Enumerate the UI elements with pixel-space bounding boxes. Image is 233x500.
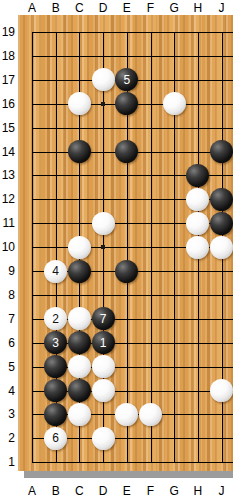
- row-label-14: 14: [0, 145, 15, 159]
- white-stone-c5[interactable]: [68, 355, 91, 378]
- col-label-top-g: G: [166, 1, 182, 15]
- col-label-top-d: D: [95, 1, 111, 15]
- col-label-bottom-e: E: [119, 484, 135, 498]
- row-label-13: 13: [0, 168, 15, 182]
- row-label-5: 5: [0, 360, 15, 374]
- black-stone-b6[interactable]: 3: [44, 331, 67, 354]
- white-stone-h10[interactable]: [186, 236, 209, 259]
- white-stone-e3[interactable]: [115, 403, 138, 426]
- black-stone-e9[interactable]: [115, 260, 138, 283]
- col-label-top-b: B: [48, 1, 64, 15]
- col-label-top-f: F: [143, 1, 159, 15]
- white-stone-b7[interactable]: 2: [44, 307, 67, 330]
- white-stone-d5[interactable]: [92, 355, 115, 378]
- white-stone-j10[interactable]: [210, 236, 233, 259]
- row-label-15: 15: [0, 121, 15, 135]
- col-label-bottom-d: D: [95, 484, 111, 498]
- row-label-3: 3: [0, 407, 15, 421]
- col-label-top-e: E: [119, 1, 135, 15]
- row-label-1: 1: [0, 455, 15, 469]
- white-stone-c10[interactable]: [68, 236, 91, 259]
- star-point-d10: [101, 245, 105, 249]
- star-point-d16: [101, 102, 105, 106]
- row-label-10: 10: [0, 240, 15, 254]
- go-board[interactable]: 5427316: [18, 15, 233, 471]
- white-stone-g16[interactable]: [163, 92, 186, 115]
- row-label-8: 8: [0, 288, 15, 302]
- row-label-17: 17: [0, 73, 15, 87]
- white-stone-f3[interactable]: [139, 403, 162, 426]
- white-stone-h11[interactable]: [186, 212, 209, 235]
- move-number: 4: [52, 265, 59, 277]
- col-label-bottom-j: J: [214, 484, 230, 498]
- move-number: 7: [100, 313, 107, 325]
- grid-hline: [32, 462, 233, 463]
- board-drop-shadow: [24, 471, 233, 478]
- white-stone-h12[interactable]: [186, 188, 209, 211]
- go-board-diagram: 5427316 AABBCCDDEEFFGGHHJJ19181716151413…: [0, 0, 233, 500]
- grid-hline: [32, 295, 233, 296]
- white-stone-c7[interactable]: [68, 307, 91, 330]
- white-stone-b2[interactable]: 6: [44, 427, 67, 450]
- col-label-top-c: C: [71, 1, 87, 15]
- black-stone-h13[interactable]: [186, 164, 209, 187]
- row-label-12: 12: [0, 192, 15, 206]
- grid-hline: [32, 128, 233, 129]
- black-stone-d6[interactable]: 1: [92, 331, 115, 354]
- white-stone-c3[interactable]: [68, 403, 91, 426]
- row-label-9: 9: [0, 264, 15, 278]
- grid-hline: [32, 56, 233, 57]
- white-stone-d2[interactable]: [92, 427, 115, 450]
- black-stone-j12[interactable]: [210, 188, 233, 211]
- row-label-19: 19: [0, 25, 15, 39]
- black-stone-j14[interactable]: [210, 140, 233, 163]
- col-label-bottom-f: F: [143, 484, 159, 498]
- black-stone-e14[interactable]: [115, 140, 138, 163]
- row-label-2: 2: [0, 431, 15, 445]
- col-label-top-j: J: [214, 1, 230, 15]
- grid-hline: [32, 32, 233, 33]
- row-label-7: 7: [0, 312, 15, 326]
- black-stone-e16[interactable]: [115, 92, 138, 115]
- white-stone-d4[interactable]: [92, 379, 115, 402]
- white-stone-c16[interactable]: [68, 92, 91, 115]
- move-number: 5: [123, 74, 130, 86]
- move-number: 3: [52, 337, 59, 349]
- black-stone-d7[interactable]: 7: [92, 307, 115, 330]
- grid-vline: [32, 32, 33, 463]
- white-stone-d11[interactable]: [92, 212, 115, 235]
- grid-vline: [151, 32, 152, 463]
- black-stone-c9[interactable]: [68, 260, 91, 283]
- move-number: 1: [100, 337, 107, 349]
- white-stone-d17[interactable]: [92, 68, 115, 91]
- col-label-bottom-a: A: [24, 484, 40, 498]
- row-label-4: 4: [0, 384, 15, 398]
- white-stone-j4[interactable]: [210, 379, 233, 402]
- black-stone-b3[interactable]: [44, 403, 67, 426]
- black-stone-c4[interactable]: [68, 379, 91, 402]
- move-number: 6: [52, 432, 59, 444]
- col-label-bottom-c: C: [71, 484, 87, 498]
- col-label-bottom-h: H: [190, 484, 206, 498]
- col-label-top-h: H: [190, 1, 206, 15]
- black-stone-c14[interactable]: [68, 140, 91, 163]
- black-stone-c6[interactable]: [68, 331, 91, 354]
- white-stone-b9[interactable]: 4: [44, 260, 67, 283]
- col-label-bottom-b: B: [48, 484, 64, 498]
- black-stone-b5[interactable]: [44, 355, 67, 378]
- move-number: 2: [52, 313, 59, 325]
- row-label-18: 18: [0, 49, 15, 63]
- row-label-16: 16: [0, 97, 15, 111]
- col-label-bottom-g: G: [166, 484, 182, 498]
- black-stone-e17[interactable]: 5: [115, 68, 138, 91]
- black-stone-b4[interactable]: [44, 379, 67, 402]
- black-stone-j11[interactable]: [210, 212, 233, 235]
- col-label-top-a: A: [24, 1, 40, 15]
- row-label-6: 6: [0, 336, 15, 350]
- row-label-11: 11: [0, 216, 15, 230]
